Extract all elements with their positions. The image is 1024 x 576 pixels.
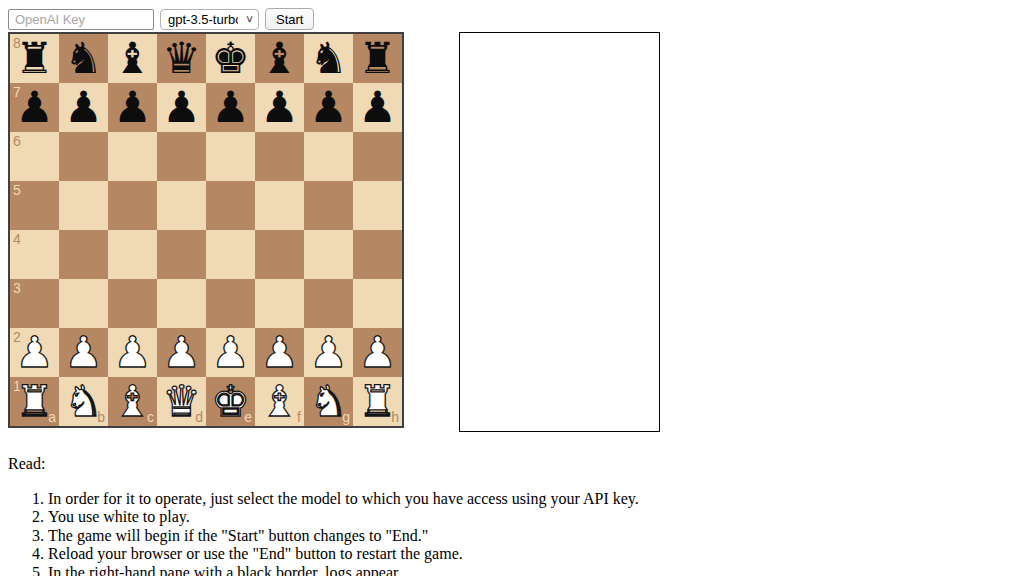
- rank-label-6: 6: [13, 134, 21, 148]
- square-c7[interactable]: ♟: [108, 83, 157, 132]
- rank-label-5: 5: [13, 183, 21, 197]
- square-g4[interactable]: [304, 230, 353, 279]
- instruction-item: You use white to play.: [48, 508, 1016, 526]
- piece-black-bishop[interactable]: ♝: [113, 34, 152, 83]
- square-a6[interactable]: 6: [10, 132, 59, 181]
- square-e4[interactable]: [206, 230, 255, 279]
- instruction-item: Reload your browser or use the "End" but…: [48, 545, 1016, 563]
- square-c8[interactable]: ♝: [108, 34, 157, 83]
- piece-black-pawn[interactable]: ♟: [358, 83, 397, 132]
- square-a1[interactable]: 1a♜: [10, 377, 59, 426]
- square-c5[interactable]: [108, 181, 157, 230]
- api-key-input[interactable]: [8, 9, 154, 30]
- square-a5[interactable]: 5: [10, 181, 59, 230]
- square-b7[interactable]: ♟: [59, 83, 108, 132]
- piece-white-pawn[interactable]: ♟: [113, 328, 152, 377]
- square-a8[interactable]: 8♜: [10, 34, 59, 83]
- page: gpt-3.5-turbo ∨ Start 8♜♞♝♛♚♝♞♜7♟♟♟♟♟♟♟♟…: [0, 0, 1024, 576]
- square-b8[interactable]: ♞: [59, 34, 108, 83]
- square-b6[interactable]: [59, 132, 108, 181]
- square-h8[interactable]: ♜: [353, 34, 402, 83]
- model-select-wrap: gpt-3.5-turbo ∨: [160, 9, 259, 30]
- square-f7[interactable]: ♟: [255, 83, 304, 132]
- square-e8[interactable]: ♚: [206, 34, 255, 83]
- piece-black-knight[interactable]: ♞: [309, 34, 348, 83]
- piece-black-pawn[interactable]: ♟: [211, 83, 250, 132]
- rank-label-4: 4: [13, 232, 21, 246]
- rank-label-3: 3: [13, 281, 21, 295]
- square-h7[interactable]: ♟: [353, 83, 402, 132]
- square-d4[interactable]: [157, 230, 206, 279]
- square-e7[interactable]: ♟: [206, 83, 255, 132]
- piece-white-pawn[interactable]: ♟: [211, 328, 250, 377]
- model-select[interactable]: gpt-3.5-turbo: [160, 9, 259, 30]
- square-a2[interactable]: 2♟: [10, 328, 59, 377]
- square-e3[interactable]: [206, 279, 255, 328]
- instruction-item: In order for it to operate, just select …: [48, 490, 1016, 508]
- instruction-item: In the right-hand pane with a black bord…: [48, 564, 1016, 576]
- instruction-item: The game will begin if the "Start" butto…: [48, 527, 1016, 545]
- piece-black-pawn[interactable]: ♟: [260, 83, 299, 132]
- square-d8[interactable]: ♛: [157, 34, 206, 83]
- piece-black-bishop[interactable]: ♝: [260, 34, 299, 83]
- piece-white-pawn[interactable]: ♟: [64, 328, 103, 377]
- piece-black-king[interactable]: ♚: [211, 34, 250, 83]
- piece-black-pawn[interactable]: ♟: [64, 83, 103, 132]
- piece-black-rook[interactable]: ♜: [358, 34, 397, 83]
- square-d2[interactable]: ♟: [157, 328, 206, 377]
- piece-white-pawn[interactable]: ♟: [162, 328, 201, 377]
- piece-black-rook[interactable]: ♜: [15, 34, 54, 83]
- square-e1[interactable]: e♚: [206, 377, 255, 426]
- square-h4[interactable]: [353, 230, 402, 279]
- square-c6[interactable]: [108, 132, 157, 181]
- square-d7[interactable]: ♟: [157, 83, 206, 132]
- square-f5[interactable]: [255, 181, 304, 230]
- piece-black-pawn[interactable]: ♟: [309, 83, 348, 132]
- square-e2[interactable]: ♟: [206, 328, 255, 377]
- piece-black-queen[interactable]: ♛: [162, 34, 201, 83]
- square-c3[interactable]: [108, 279, 157, 328]
- square-b4[interactable]: [59, 230, 108, 279]
- square-a7[interactable]: 7♟: [10, 83, 59, 132]
- piece-white-pawn[interactable]: ♟: [309, 328, 348, 377]
- piece-white-pawn[interactable]: ♟: [358, 328, 397, 377]
- square-h3[interactable]: [353, 279, 402, 328]
- square-g2[interactable]: ♟: [304, 328, 353, 377]
- piece-white-knight[interactable]: ♞: [64, 377, 103, 426]
- square-f6[interactable]: [255, 132, 304, 181]
- square-f2[interactable]: ♟: [255, 328, 304, 377]
- square-e5[interactable]: [206, 181, 255, 230]
- square-g7[interactable]: ♟: [304, 83, 353, 132]
- square-d3[interactable]: [157, 279, 206, 328]
- square-b5[interactable]: [59, 181, 108, 230]
- read-heading: Read:: [8, 455, 1016, 473]
- square-f3[interactable]: [255, 279, 304, 328]
- square-b1[interactable]: b♞: [59, 377, 108, 426]
- piece-white-pawn[interactable]: ♟: [15, 328, 54, 377]
- piece-black-pawn[interactable]: ♟: [15, 83, 54, 132]
- square-f4[interactable]: [255, 230, 304, 279]
- square-c2[interactable]: ♟: [108, 328, 157, 377]
- piece-white-knight[interactable]: ♞: [309, 377, 348, 426]
- piece-white-rook[interactable]: ♜: [15, 377, 54, 426]
- square-c4[interactable]: [108, 230, 157, 279]
- piece-white-rook[interactable]: ♜: [358, 377, 397, 426]
- square-d6[interactable]: [157, 132, 206, 181]
- square-f1[interactable]: f♝: [255, 377, 304, 426]
- square-a4[interactable]: 4: [10, 230, 59, 279]
- square-a3[interactable]: 3: [10, 279, 59, 328]
- square-h2[interactable]: ♟: [353, 328, 402, 377]
- square-g8[interactable]: ♞: [304, 34, 353, 83]
- piece-black-pawn[interactable]: ♟: [162, 83, 201, 132]
- square-d5[interactable]: [157, 181, 206, 230]
- square-g5[interactable]: [304, 181, 353, 230]
- main-row: 8♜♞♝♛♚♝♞♜7♟♟♟♟♟♟♟♟65432♟♟♟♟♟♟♟♟1a♜b♞c♝d♛…: [8, 32, 1016, 432]
- piece-white-king[interactable]: ♚: [211, 377, 250, 426]
- instructions-list: In order for it to operate, just select …: [8, 490, 1016, 576]
- square-d1[interactable]: d♛: [157, 377, 206, 426]
- top-controls: gpt-3.5-turbo ∨ Start: [8, 8, 1016, 30]
- start-button[interactable]: Start: [265, 8, 314, 30]
- square-b2[interactable]: ♟: [59, 328, 108, 377]
- piece-white-queen[interactable]: ♛: [162, 377, 201, 426]
- piece-black-pawn[interactable]: ♟: [113, 83, 152, 132]
- square-g6[interactable]: [304, 132, 353, 181]
- piece-white-bishop[interactable]: ♝: [260, 377, 299, 426]
- square-b3[interactable]: [59, 279, 108, 328]
- square-h1[interactable]: h♜: [353, 377, 402, 426]
- square-f8[interactable]: ♝: [255, 34, 304, 83]
- square-h6[interactable]: [353, 132, 402, 181]
- square-h5[interactable]: [353, 181, 402, 230]
- square-e6[interactable]: [206, 132, 255, 181]
- square-g3[interactable]: [304, 279, 353, 328]
- log-pane[interactable]: [459, 32, 660, 432]
- piece-white-bishop[interactable]: ♝: [113, 377, 152, 426]
- read-section: Read: In order for it to operate, just s…: [8, 455, 1016, 576]
- square-g1[interactable]: g♞: [304, 377, 353, 426]
- piece-black-knight[interactable]: ♞: [64, 34, 103, 83]
- chess-board: 8♜♞♝♛♚♝♞♜7♟♟♟♟♟♟♟♟65432♟♟♟♟♟♟♟♟1a♜b♞c♝d♛…: [8, 32, 404, 428]
- piece-white-pawn[interactable]: ♟: [260, 328, 299, 377]
- square-c1[interactable]: c♝: [108, 377, 157, 426]
